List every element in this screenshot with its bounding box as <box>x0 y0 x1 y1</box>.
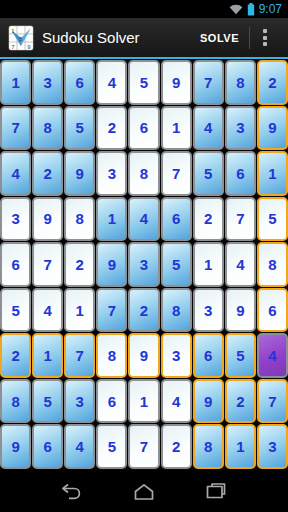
cell-r2c2[interactable]: 8 <box>32 106 63 151</box>
cell-r4c5[interactable]: 4 <box>128 197 159 242</box>
cell-r5c4[interactable]: 9 <box>96 242 127 287</box>
recents-button[interactable] <box>196 476 236 506</box>
cell-r7c2[interactable]: 1 <box>32 333 63 378</box>
cell-r7c9[interactable]: 4 <box>257 333 288 378</box>
cell-r8c2[interactable]: 5 <box>32 379 63 424</box>
cell-r3c2[interactable]: 2 <box>32 151 63 196</box>
cell-r5c7[interactable]: 1 <box>193 242 224 287</box>
cell-r5c5[interactable]: 3 <box>128 242 159 287</box>
cell-r3c1[interactable]: 4 <box>0 151 31 196</box>
cell-r1c3[interactable]: 6 <box>64 60 95 105</box>
navigation-bar <box>0 470 288 512</box>
cell-r8c7[interactable]: 9 <box>193 379 224 424</box>
back-button[interactable] <box>52 476 92 506</box>
cell-r3c4[interactable]: 3 <box>96 151 127 196</box>
cell-r8c5[interactable]: 1 <box>128 379 159 424</box>
cell-r4c3[interactable]: 8 <box>64 197 95 242</box>
cell-r8c8[interactable]: 2 <box>225 379 256 424</box>
wifi-icon <box>229 3 243 15</box>
recents-icon <box>205 482 227 500</box>
cell-r4c7[interactable]: 2 <box>193 197 224 242</box>
back-icon <box>60 481 84 501</box>
cell-r5c1[interactable]: 6 <box>0 242 31 287</box>
cell-r1c1[interactable]: 1 <box>0 60 31 105</box>
cell-r4c9[interactable]: 5 <box>257 197 288 242</box>
cell-r1c9[interactable]: 2 <box>257 60 288 105</box>
cell-r4c1[interactable]: 3 <box>0 197 31 242</box>
cell-r7c1[interactable]: 2 <box>0 333 31 378</box>
cell-r4c6[interactable]: 6 <box>161 197 192 242</box>
cell-r6c7[interactable]: 3 <box>193 288 224 333</box>
cell-r8c1[interactable]: 8 <box>0 379 31 424</box>
cell-r1c8[interactable]: 8 <box>225 60 256 105</box>
cell-r1c7[interactable]: 7 <box>193 60 224 105</box>
cell-r6c2[interactable]: 4 <box>32 288 63 333</box>
cell-r7c4[interactable]: 8 <box>96 333 127 378</box>
cell-r2c8[interactable]: 3 <box>225 106 256 151</box>
phone-screen: 9:07 1 5 7 9 Sudoku Solver SOLVE 1364597… <box>0 0 288 512</box>
cell-r9c9[interactable]: 3 <box>257 424 288 469</box>
status-bar: 9:07 <box>0 0 288 18</box>
cell-r2c4[interactable]: 2 <box>96 106 127 151</box>
cell-r3c6[interactable]: 7 <box>161 151 192 196</box>
cell-r5c6[interactable]: 5 <box>161 242 192 287</box>
cell-r1c2[interactable]: 3 <box>32 60 63 105</box>
cell-r5c8[interactable]: 4 <box>225 242 256 287</box>
cell-r5c9[interactable]: 8 <box>257 242 288 287</box>
cell-r9c4[interactable]: 5 <box>96 424 127 469</box>
cell-r4c4[interactable]: 1 <box>96 197 127 242</box>
cell-r6c5[interactable]: 2 <box>128 288 159 333</box>
cell-r1c5[interactable]: 5 <box>128 60 159 105</box>
cell-r7c5[interactable]: 9 <box>128 333 159 378</box>
cell-r3c8[interactable]: 6 <box>225 151 256 196</box>
home-button[interactable] <box>124 476 164 506</box>
cell-r3c5[interactable]: 8 <box>128 151 159 196</box>
cell-r7c6[interactable]: 3 <box>161 333 192 378</box>
cell-r8c9[interactable]: 7 <box>257 379 288 424</box>
cell-r5c3[interactable]: 2 <box>64 242 95 287</box>
cell-r7c3[interactable]: 7 <box>64 333 95 378</box>
cell-r4c2[interactable]: 9 <box>32 197 63 242</box>
cell-r3c7[interactable]: 5 <box>193 151 224 196</box>
cell-r3c9[interactable]: 1 <box>257 151 288 196</box>
cell-r7c7[interactable]: 6 <box>193 333 224 378</box>
sudoku-grid: 1364597827852614394293875613981462756729… <box>0 59 288 470</box>
cell-r6c3[interactable]: 1 <box>64 288 95 333</box>
cell-r7c8[interactable]: 5 <box>225 333 256 378</box>
cell-r9c6[interactable]: 2 <box>161 424 192 469</box>
cell-r8c6[interactable]: 4 <box>161 379 192 424</box>
cell-r9c3[interactable]: 4 <box>64 424 95 469</box>
cell-r8c3[interactable]: 3 <box>64 379 95 424</box>
cell-r8c4[interactable]: 6 <box>96 379 127 424</box>
page-title: Sudoku Solver <box>42 29 190 46</box>
cell-r9c8[interactable]: 1 <box>225 424 256 469</box>
action-bar: 1 5 7 9 Sudoku Solver SOLVE <box>0 18 288 59</box>
cell-r5c2[interactable]: 7 <box>32 242 63 287</box>
cell-r4c8[interactable]: 7 <box>225 197 256 242</box>
sudoku-app-icon[interactable]: 1 5 7 9 <box>8 25 34 51</box>
cell-r9c5[interactable]: 7 <box>128 424 159 469</box>
cell-r9c1[interactable]: 9 <box>0 424 31 469</box>
cell-r2c5[interactable]: 6 <box>128 106 159 151</box>
cell-r6c9[interactable]: 6 <box>257 288 288 333</box>
cell-r9c2[interactable]: 6 <box>32 424 63 469</box>
cell-r3c3[interactable]: 9 <box>64 151 95 196</box>
cell-r9c7[interactable]: 8 <box>193 424 224 469</box>
cell-r6c6[interactable]: 8 <box>161 288 192 333</box>
cell-r2c6[interactable]: 1 <box>161 106 192 151</box>
status-clock: 9:07 <box>259 0 282 18</box>
solve-button[interactable]: SOLVE <box>190 18 249 57</box>
cell-r6c8[interactable]: 9 <box>225 288 256 333</box>
cell-r1c4[interactable]: 4 <box>96 60 127 105</box>
cell-r6c1[interactable]: 5 <box>0 288 31 333</box>
overflow-menu-icon[interactable] <box>250 18 280 57</box>
cell-r2c9[interactable]: 9 <box>257 106 288 151</box>
home-icon <box>132 482 156 501</box>
cell-r2c1[interactable]: 7 <box>0 106 31 151</box>
cell-r2c3[interactable]: 5 <box>64 106 95 151</box>
cell-r6c4[interactable]: 7 <box>96 288 127 333</box>
battery-icon <box>247 3 255 16</box>
cell-r1c6[interactable]: 9 <box>161 60 192 105</box>
cell-r2c7[interactable]: 4 <box>193 106 224 151</box>
